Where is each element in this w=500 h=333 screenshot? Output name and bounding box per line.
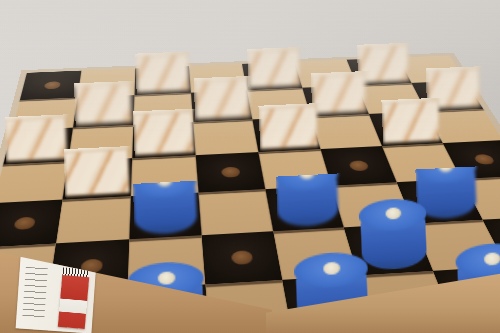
label-text-lines	[22, 267, 48, 320]
blue-cylinder-piece[interactable]	[360, 213, 427, 271]
wood-cube-piece[interactable]	[381, 98, 440, 144]
photo-scene	[0, 0, 500, 333]
wood-cube-piece[interactable]	[73, 81, 131, 125]
wood-cube-piece[interactable]	[132, 109, 193, 156]
square-r4c2-dark[interactable]	[129, 193, 201, 240]
square-r1c1-dark[interactable]	[73, 95, 134, 128]
wood-cube-piece[interactable]	[135, 52, 190, 93]
square-r3c3-dark[interactable]	[196, 152, 266, 192]
square-r0c2-dark[interactable]	[134, 66, 190, 95]
square-r4c1-light	[56, 196, 131, 243]
square-r5c3-dark[interactable]	[202, 231, 283, 284]
square-r4c4-dark[interactable]	[265, 186, 343, 232]
blue-cylinder-piece[interactable]	[275, 174, 338, 228]
red-price-sticker	[58, 275, 89, 329]
square-r2c2-dark[interactable]	[132, 122, 195, 158]
square-r4c3-light	[198, 189, 273, 235]
wood-cube-piece[interactable]	[258, 103, 318, 149]
square-r2c3-light	[193, 119, 258, 155]
square-r3c0-light	[0, 161, 68, 203]
square-r3c1-dark[interactable]	[62, 158, 132, 199]
wood-cube-piece[interactable]	[4, 114, 67, 161]
wood-cube-piece[interactable]	[193, 76, 250, 120]
wood-cube-piece[interactable]	[63, 146, 129, 196]
square-r2c6-dark[interactable]	[369, 111, 443, 146]
square-r1c3-dark[interactable]	[191, 90, 252, 122]
wood-cube-piece[interactable]	[246, 47, 300, 88]
square-r2c4-dark[interactable]	[252, 117, 320, 152]
blue-cylinder-piece[interactable]	[132, 181, 197, 236]
square-r4c0-dark[interactable]	[0, 200, 62, 248]
